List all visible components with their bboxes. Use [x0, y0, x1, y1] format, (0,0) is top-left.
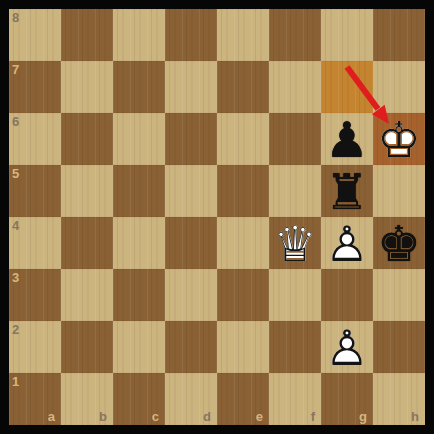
square-a3[interactable]: 3 [9, 269, 61, 321]
rank-label-8: 8 [12, 10, 19, 25]
square-c7[interactable] [113, 61, 165, 113]
square-b5[interactable] [61, 165, 113, 217]
square-f1[interactable]: f [269, 373, 321, 425]
white-queen[interactable]: ♛♕ [269, 217, 321, 269]
square-f4[interactable]: ♛♕ [269, 217, 321, 269]
square-g5[interactable]: ♜ [321, 165, 373, 217]
square-g8[interactable] [321, 9, 373, 61]
square-a7[interactable]: 7 [9, 61, 61, 113]
rank-label-4: 4 [12, 218, 19, 233]
square-e8[interactable] [217, 9, 269, 61]
white-pawn[interactable]: ♟♙ [321, 321, 373, 373]
square-d3[interactable] [165, 269, 217, 321]
white-queen-outline-icon: ♕ [269, 217, 321, 269]
square-e3[interactable] [217, 269, 269, 321]
square-g7[interactable] [321, 61, 373, 113]
square-b3[interactable] [61, 269, 113, 321]
square-c6[interactable] [113, 113, 165, 165]
square-h4[interactable]: ♚ [373, 217, 425, 269]
rank-label-2: 2 [12, 322, 19, 337]
file-label-c: c [152, 409, 159, 424]
square-b6[interactable] [61, 113, 113, 165]
square-e5[interactable] [217, 165, 269, 217]
square-d2[interactable] [165, 321, 217, 373]
board-frame: 876♟♚♔5♜4♛♕♟♙♚32♟♙1abcdefgh [0, 0, 434, 434]
rank-label-3: 3 [12, 270, 19, 285]
square-h8[interactable] [373, 9, 425, 61]
white-king[interactable]: ♚♔ [373, 113, 425, 165]
file-label-e: e [256, 409, 263, 424]
square-a4[interactable]: 4 [9, 217, 61, 269]
file-label-a: a [48, 409, 55, 424]
square-g4[interactable]: ♟♙ [321, 217, 373, 269]
square-e7[interactable] [217, 61, 269, 113]
square-d1[interactable]: d [165, 373, 217, 425]
square-d8[interactable] [165, 9, 217, 61]
black-pawn-icon: ♟ [321, 113, 373, 165]
square-h1[interactable]: h [373, 373, 425, 425]
square-f3[interactable] [269, 269, 321, 321]
file-label-d: d [203, 409, 211, 424]
square-h6[interactable]: ♚♔ [373, 113, 425, 165]
square-g3[interactable] [321, 269, 373, 321]
square-d6[interactable] [165, 113, 217, 165]
square-h2[interactable] [373, 321, 425, 373]
white-pawn-outline-icon: ♙ [321, 217, 373, 269]
square-c4[interactable] [113, 217, 165, 269]
file-label-h: h [411, 409, 419, 424]
square-f2[interactable] [269, 321, 321, 373]
square-d7[interactable] [165, 61, 217, 113]
rank-label-1: 1 [12, 374, 19, 389]
square-b4[interactable] [61, 217, 113, 269]
black-pawn[interactable]: ♟ [321, 113, 373, 165]
square-g6[interactable]: ♟ [321, 113, 373, 165]
square-h5[interactable] [373, 165, 425, 217]
square-e4[interactable] [217, 217, 269, 269]
square-a8[interactable]: 8 [9, 9, 61, 61]
square-h3[interactable] [373, 269, 425, 321]
square-h7[interactable] [373, 61, 425, 113]
square-f5[interactable] [269, 165, 321, 217]
white-pawn-outline-icon: ♙ [321, 321, 373, 373]
black-rook[interactable]: ♜ [321, 165, 373, 217]
square-c2[interactable] [113, 321, 165, 373]
square-e1[interactable]: e [217, 373, 269, 425]
square-e6[interactable] [217, 113, 269, 165]
square-c8[interactable] [113, 9, 165, 61]
square-f6[interactable] [269, 113, 321, 165]
white-pawn[interactable]: ♟♙ [321, 217, 373, 269]
file-label-f: f [311, 409, 315, 424]
chess-board: 876♟♚♔5♜4♛♕♟♙♚32♟♙1abcdefgh [9, 9, 425, 425]
square-a6[interactable]: 6 [9, 113, 61, 165]
square-b1[interactable]: b [61, 373, 113, 425]
rank-label-7: 7 [12, 62, 19, 77]
square-c5[interactable] [113, 165, 165, 217]
square-f7[interactable] [269, 61, 321, 113]
file-label-g: g [359, 409, 367, 424]
black-king[interactable]: ♚ [373, 217, 425, 269]
square-a2[interactable]: 2 [9, 321, 61, 373]
square-a5[interactable]: 5 [9, 165, 61, 217]
square-g1[interactable]: g [321, 373, 373, 425]
square-b8[interactable] [61, 9, 113, 61]
square-c1[interactable]: c [113, 373, 165, 425]
black-king-icon: ♚ [373, 217, 425, 269]
square-d4[interactable] [165, 217, 217, 269]
square-g2[interactable]: ♟♙ [321, 321, 373, 373]
square-a1[interactable]: 1a [9, 373, 61, 425]
square-b2[interactable] [61, 321, 113, 373]
square-b7[interactable] [61, 61, 113, 113]
file-label-b: b [99, 409, 107, 424]
black-rook-icon: ♜ [321, 165, 373, 217]
square-c3[interactable] [113, 269, 165, 321]
square-e2[interactable] [217, 321, 269, 373]
square-f8[interactable] [269, 9, 321, 61]
rank-label-6: 6 [12, 114, 19, 129]
white-king-outline-icon: ♔ [373, 113, 425, 165]
square-d5[interactable] [165, 165, 217, 217]
rank-label-5: 5 [12, 166, 19, 181]
